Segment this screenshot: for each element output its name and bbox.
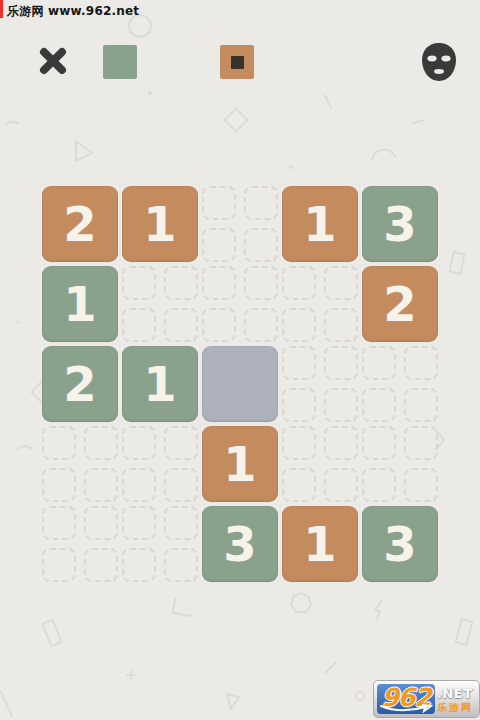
swatch-dot (231, 56, 244, 69)
empty-cell[interactable] (122, 426, 198, 502)
dashed-slot (324, 426, 358, 460)
dashed-slot (404, 426, 438, 460)
tile-1-orange[interactable]: 1 (282, 186, 358, 262)
dashed-slot (244, 308, 278, 342)
dashed-slot (244, 186, 278, 220)
dashed-slot (324, 308, 358, 342)
dashed-slot (324, 388, 358, 422)
tile-1-orange[interactable]: 1 (282, 506, 358, 582)
dashed-slot (122, 468, 156, 502)
tile-2-orange[interactable]: 2 (42, 186, 118, 262)
tile-1-orange[interactable]: 1 (122, 186, 198, 262)
tile-3-green[interactable]: 3 (362, 506, 438, 582)
dashed-slot (362, 388, 396, 422)
dashed-slot (122, 548, 156, 582)
dashed-slot (84, 548, 118, 582)
dashed-slot (164, 308, 198, 342)
dashed-slot (42, 426, 76, 460)
dashed-slot (42, 468, 76, 502)
empty-cell[interactable] (42, 426, 118, 502)
board: 211312211313 (42, 186, 438, 582)
dashed-slot (122, 266, 156, 300)
tile-1-orange[interactable]: 1 (202, 426, 278, 502)
dashed-slot (202, 308, 236, 342)
empty-cell[interactable] (362, 346, 438, 422)
watermark-leyouwang: 乐游网 (437, 702, 473, 713)
orange-swatch[interactable] (220, 45, 254, 79)
dashed-slot (282, 388, 316, 422)
green-swatch[interactable] (103, 45, 137, 79)
tile-1-green[interactable]: 1 (122, 346, 198, 422)
dashed-slot (282, 266, 316, 300)
dashed-slot (282, 468, 316, 502)
toolbar (0, 0, 480, 90)
tile-1-green[interactable]: 1 (42, 266, 118, 342)
dashed-slot (164, 468, 198, 502)
watermark-logo: 962 .NET 乐游网 (373, 680, 480, 718)
tile-2-green[interactable]: 2 (42, 346, 118, 422)
dashed-slot (42, 506, 76, 540)
watermark-swoosh-icon (379, 703, 433, 713)
dashed-slot (404, 346, 438, 380)
dashed-slot (122, 308, 156, 342)
dashed-slot (404, 388, 438, 422)
dashed-slot (202, 186, 236, 220)
watermark-blue-panel: 962 (377, 684, 435, 714)
empty-cell[interactable] (282, 346, 358, 422)
watermark-net: .NET (437, 687, 473, 701)
dashed-slot (244, 228, 278, 262)
empty-cell[interactable] (122, 266, 198, 342)
dashed-slot (84, 468, 118, 502)
dashed-slot (282, 346, 316, 380)
tile-2-orange[interactable]: 2 (362, 266, 438, 342)
dashed-slot (282, 308, 316, 342)
tile-3-green[interactable]: 3 (202, 506, 278, 582)
dashed-slot (244, 266, 278, 300)
empty-cell[interactable] (362, 426, 438, 502)
dashed-slot (164, 548, 198, 582)
dashed-slot (42, 548, 76, 582)
close-icon[interactable] (38, 46, 68, 76)
dashed-slot (202, 266, 236, 300)
empty-cell[interactable] (42, 506, 118, 582)
empty-cell[interactable] (282, 426, 358, 502)
dashed-slot (282, 426, 316, 460)
dashed-slot (324, 346, 358, 380)
dashed-slot (84, 506, 118, 540)
dashed-slot (324, 266, 358, 300)
dashed-slot (164, 426, 198, 460)
mask-icon[interactable] (418, 41, 460, 83)
tile-3-green[interactable]: 3 (362, 186, 438, 262)
dashed-slot (404, 468, 438, 502)
watermark-text-block: .NET 乐游网 (437, 681, 473, 717)
tile-blocker-gray[interactable] (202, 346, 278, 422)
dashed-slot (202, 228, 236, 262)
empty-cell[interactable] (122, 506, 198, 582)
dashed-slot (362, 468, 396, 502)
dashed-slot (362, 426, 396, 460)
empty-cell[interactable] (202, 266, 278, 342)
dashed-slot (122, 506, 156, 540)
dashed-slot (324, 468, 358, 502)
dashed-slot (362, 346, 396, 380)
dashed-slot (122, 426, 156, 460)
empty-cell[interactable] (282, 266, 358, 342)
empty-cell[interactable] (202, 186, 278, 262)
dashed-slot (84, 426, 118, 460)
game-screen: { "header": { "title": "乐游网 www.962.net"… (0, 0, 480, 720)
dashed-slot (164, 266, 198, 300)
dashed-slot (164, 506, 198, 540)
